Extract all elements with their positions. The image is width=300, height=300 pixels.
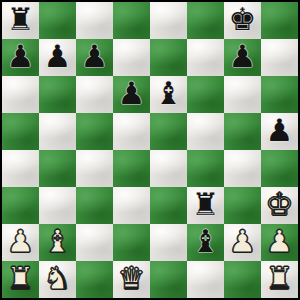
piece-black-rook[interactable]: ♜ xyxy=(192,189,220,220)
square-f7[interactable] xyxy=(187,39,224,76)
square-d4[interactable] xyxy=(113,150,150,187)
piece-black-rook[interactable]: ♜ xyxy=(7,4,35,35)
square-c7[interactable]: ♟ xyxy=(76,39,113,76)
square-f1[interactable] xyxy=(187,261,224,298)
piece-black-pawn[interactable]: ♟ xyxy=(266,115,294,146)
square-e1[interactable] xyxy=(150,261,187,298)
square-g4[interactable] xyxy=(224,150,261,187)
piece-black-king[interactable]: ♚ xyxy=(229,4,257,35)
square-b2[interactable]: ♝ xyxy=(39,224,76,261)
square-a2[interactable]: ♟ xyxy=(2,224,39,261)
square-c4[interactable] xyxy=(76,150,113,187)
square-e5[interactable] xyxy=(150,113,187,150)
piece-black-pawn[interactable]: ♟ xyxy=(7,41,35,72)
piece-white-pawn[interactable]: ♟ xyxy=(7,226,35,257)
piece-white-rook[interactable]: ♜ xyxy=(266,263,294,294)
piece-white-rook[interactable]: ♜ xyxy=(7,263,35,294)
square-a1[interactable]: ♜ xyxy=(2,261,39,298)
square-f2[interactable]: ♝ xyxy=(187,224,224,261)
piece-white-knight[interactable]: ♞ xyxy=(44,263,72,294)
square-g7[interactable]: ♟ xyxy=(224,39,261,76)
square-a5[interactable] xyxy=(2,113,39,150)
square-a6[interactable] xyxy=(2,76,39,113)
square-c1[interactable] xyxy=(76,261,113,298)
piece-white-queen[interactable]: ♛ xyxy=(118,263,146,294)
square-h5[interactable]: ♟ xyxy=(261,113,298,150)
square-c3[interactable] xyxy=(76,187,113,224)
piece-black-pawn[interactable]: ♟ xyxy=(229,41,257,72)
square-f6[interactable] xyxy=(187,76,224,113)
square-f8[interactable] xyxy=(187,2,224,39)
square-b8[interactable] xyxy=(39,2,76,39)
square-b7[interactable]: ♟ xyxy=(39,39,76,76)
piece-black-pawn[interactable]: ♟ xyxy=(118,78,146,109)
square-a7[interactable]: ♟ xyxy=(2,39,39,76)
square-e3[interactable] xyxy=(150,187,187,224)
square-g2[interactable]: ♟ xyxy=(224,224,261,261)
square-g8[interactable]: ♚ xyxy=(224,2,261,39)
square-a8[interactable]: ♜ xyxy=(2,2,39,39)
square-d7[interactable] xyxy=(113,39,150,76)
square-h6[interactable] xyxy=(261,76,298,113)
chess-board: ♜♚♟♟♟♟♟♝♟♜♚♟♝♝♟♟♜♞♛♜ xyxy=(0,0,300,300)
piece-white-pawn[interactable]: ♟ xyxy=(266,226,294,257)
piece-black-pawn[interactable]: ♟ xyxy=(81,41,109,72)
square-c6[interactable] xyxy=(76,76,113,113)
piece-black-bishop[interactable]: ♝ xyxy=(192,226,220,257)
square-g5[interactable] xyxy=(224,113,261,150)
square-h8[interactable] xyxy=(261,2,298,39)
square-d8[interactable] xyxy=(113,2,150,39)
piece-black-bishop[interactable]: ♝ xyxy=(155,78,183,109)
square-g3[interactable] xyxy=(224,187,261,224)
square-e7[interactable] xyxy=(150,39,187,76)
square-e8[interactable] xyxy=(150,2,187,39)
square-b4[interactable] xyxy=(39,150,76,187)
square-a3[interactable] xyxy=(2,187,39,224)
square-e2[interactable] xyxy=(150,224,187,261)
square-b3[interactable] xyxy=(39,187,76,224)
square-b1[interactable]: ♞ xyxy=(39,261,76,298)
piece-black-pawn[interactable]: ♟ xyxy=(44,41,72,72)
piece-white-pawn[interactable]: ♟ xyxy=(229,226,257,257)
square-f3[interactable]: ♜ xyxy=(187,187,224,224)
square-d5[interactable] xyxy=(113,113,150,150)
square-d2[interactable] xyxy=(113,224,150,261)
piece-white-king[interactable]: ♚ xyxy=(266,189,294,220)
square-e4[interactable] xyxy=(150,150,187,187)
square-h1[interactable]: ♜ xyxy=(261,261,298,298)
square-f5[interactable] xyxy=(187,113,224,150)
piece-white-bishop[interactable]: ♝ xyxy=(44,226,72,257)
square-e6[interactable]: ♝ xyxy=(150,76,187,113)
square-h7[interactable] xyxy=(261,39,298,76)
square-d3[interactable] xyxy=(113,187,150,224)
square-h3[interactable]: ♚ xyxy=(261,187,298,224)
square-d1[interactable]: ♛ xyxy=(113,261,150,298)
square-c8[interactable] xyxy=(76,2,113,39)
square-g1[interactable] xyxy=(224,261,261,298)
square-f4[interactable] xyxy=(187,150,224,187)
square-b6[interactable] xyxy=(39,76,76,113)
square-a4[interactable] xyxy=(2,150,39,187)
square-d6[interactable]: ♟ xyxy=(113,76,150,113)
square-c2[interactable] xyxy=(76,224,113,261)
square-h4[interactable] xyxy=(261,150,298,187)
square-h2[interactable]: ♟ xyxy=(261,224,298,261)
square-g6[interactable] xyxy=(224,76,261,113)
square-b5[interactable] xyxy=(39,113,76,150)
square-c5[interactable] xyxy=(76,113,113,150)
